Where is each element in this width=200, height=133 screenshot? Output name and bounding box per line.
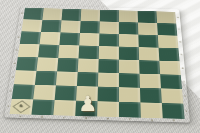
square-d6 — [79, 33, 99, 46]
file-label-c: c — [53, 115, 75, 119]
square-h6 — [158, 35, 179, 48]
rank-label-6-right: 6 — [177, 36, 183, 49]
photo-scene: ♞ abcdefgh8877665544332211 ♟ — [0, 0, 200, 133]
file-label-e: e — [97, 116, 119, 120]
square-e6 — [99, 33, 119, 46]
square-d4 — [78, 58, 99, 72]
square-g5 — [139, 47, 160, 61]
file-label-f: f — [119, 117, 141, 121]
square-d7 — [80, 21, 100, 34]
square-h7 — [157, 23, 177, 36]
square-h2 — [161, 88, 183, 103]
square-b6 — [40, 32, 61, 45]
square-f5 — [119, 47, 139, 61]
square-g2 — [140, 88, 162, 103]
square-b8 — [42, 8, 62, 20]
square-g8 — [138, 11, 157, 23]
square-b1 — [31, 99, 54, 115]
square-f7 — [119, 22, 138, 35]
square-d3 — [77, 72, 98, 87]
file-label-b: b — [31, 115, 53, 119]
square-c2 — [55, 85, 77, 100]
square-e4 — [98, 59, 119, 73]
square-a1: ♞ — [10, 99, 34, 115]
square-g1 — [140, 102, 162, 118]
square-h8 — [156, 11, 176, 23]
square-f1 — [119, 102, 141, 118]
square-e2 — [98, 87, 119, 102]
square-b7 — [41, 20, 62, 33]
square-c5 — [58, 45, 79, 59]
square-g6 — [138, 35, 158, 48]
logo-knight-icon: ♞ — [18, 104, 25, 109]
square-a5 — [18, 44, 40, 58]
square-f2 — [119, 87, 140, 102]
square-a3 — [14, 70, 37, 85]
rank-label-5-right: 5 — [178, 48, 184, 61]
square-b3 — [35, 71, 57, 86]
file-label-a: a — [9, 114, 31, 118]
square-c8 — [62, 9, 82, 21]
rank-label-3-right: 3 — [181, 75, 187, 89]
square-h3 — [160, 74, 182, 89]
rank-label-2-right: 2 — [182, 89, 188, 104]
square-a7 — [22, 19, 43, 32]
file-label-h: h — [163, 118, 185, 122]
square-e7 — [99, 21, 118, 34]
square-c6 — [59, 32, 80, 45]
square-b4 — [37, 57, 59, 71]
square-e5 — [99, 46, 119, 60]
square-a8 — [23, 8, 43, 20]
square-g4 — [139, 60, 160, 74]
rank-label-4-right: 4 — [180, 61, 186, 75]
file-label-g: g — [141, 118, 163, 122]
rank-label-1-right: 1 — [183, 104, 189, 119]
corner-logo: ♞ — [12, 100, 30, 113]
rank-label-7-right: 7 — [176, 24, 181, 36]
square-d5 — [78, 45, 99, 59]
square-c3 — [56, 71, 78, 86]
square-a2 — [12, 84, 35, 99]
square-f6 — [119, 34, 139, 47]
square-c4 — [57, 58, 78, 72]
square-f4 — [119, 60, 140, 74]
square-b5 — [38, 44, 59, 58]
square-c7 — [60, 20, 80, 33]
square-e3 — [98, 73, 119, 88]
rank-label-8-right: 8 — [175, 12, 180, 24]
square-h1 — [162, 103, 185, 119]
square-h5 — [159, 48, 180, 62]
square-b2 — [33, 85, 56, 100]
white-pawn-d1: ♟ — [77, 92, 99, 116]
square-e1 — [97, 101, 119, 117]
square-f8 — [119, 10, 138, 22]
square-g7 — [138, 22, 158, 35]
square-c1 — [53, 100, 76, 116]
square-f3 — [119, 73, 140, 88]
square-h4 — [159, 61, 180, 75]
square-a4 — [16, 57, 38, 71]
square-g3 — [140, 74, 161, 89]
square-a6 — [20, 31, 41, 44]
square-d8 — [81, 9, 100, 21]
square-e8 — [100, 10, 119, 22]
